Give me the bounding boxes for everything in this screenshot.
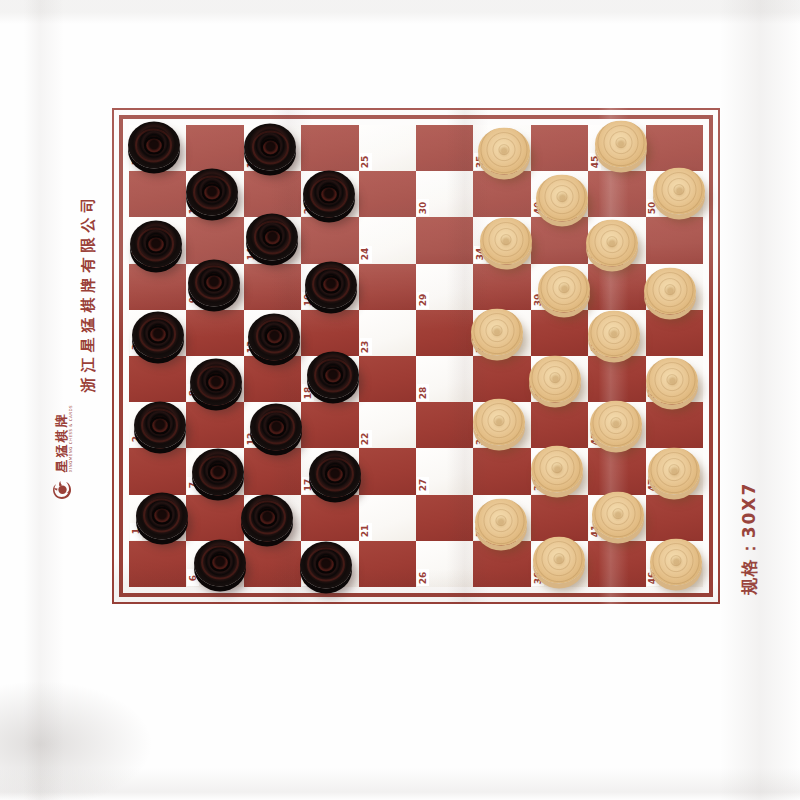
black-piece[interactable] bbox=[300, 541, 352, 588]
black-piece[interactable] bbox=[130, 221, 182, 268]
dark-square bbox=[359, 356, 416, 402]
square-49[interactable]: 49 bbox=[646, 264, 703, 310]
square-36[interactable]: 36 bbox=[531, 541, 588, 587]
square-1[interactable]: 1 bbox=[129, 495, 186, 541]
black-piece[interactable] bbox=[134, 402, 186, 449]
rooster-swoosh-icon bbox=[51, 477, 77, 503]
dark-square bbox=[129, 448, 186, 494]
square-25[interactable]: 25 bbox=[359, 125, 416, 171]
square-30[interactable]: 30 bbox=[416, 171, 473, 217]
white-piece[interactable] bbox=[586, 220, 638, 267]
dark-square bbox=[588, 171, 645, 217]
square-number-tag: 22 bbox=[360, 430, 372, 447]
dark-square bbox=[646, 125, 703, 171]
white-piece[interactable] bbox=[529, 356, 581, 403]
dark-square bbox=[531, 125, 588, 171]
square-number-tag: 23 bbox=[360, 338, 372, 355]
square-33[interactable]: 33 bbox=[473, 310, 530, 356]
square-32[interactable]: 32 bbox=[473, 402, 530, 448]
dark-square bbox=[244, 541, 301, 587]
white-piece[interactable] bbox=[533, 536, 585, 583]
dark-square bbox=[473, 541, 530, 587]
square-42[interactable]: 42 bbox=[588, 402, 645, 448]
square-37[interactable]: 37 bbox=[531, 448, 588, 494]
square-9[interactable]: 9 bbox=[186, 264, 243, 310]
square-19[interactable]: 19 bbox=[301, 264, 358, 310]
brand-logo: 星猛棋牌 XINGMENG CHESS & CARDS bbox=[46, 404, 82, 504]
white-piece[interactable] bbox=[653, 168, 705, 215]
square-29[interactable]: 29 bbox=[416, 264, 473, 310]
black-piece[interactable] bbox=[188, 259, 240, 306]
square-40[interactable]: 40 bbox=[531, 171, 588, 217]
dark-square bbox=[301, 310, 358, 356]
square-39[interactable]: 39 bbox=[531, 264, 588, 310]
square-34[interactable]: 34 bbox=[473, 217, 530, 263]
square-28[interactable]: 28 bbox=[416, 356, 473, 402]
dark-square bbox=[359, 541, 416, 587]
square-13[interactable]: 13 bbox=[244, 310, 301, 356]
dark-square bbox=[531, 217, 588, 263]
square-31[interactable]: 31 bbox=[473, 495, 530, 541]
black-piece[interactable] bbox=[190, 359, 242, 406]
white-piece[interactable] bbox=[650, 538, 702, 585]
spec-label: 规格：30X7 bbox=[738, 474, 761, 604]
dark-square bbox=[473, 448, 530, 494]
dark-square bbox=[646, 495, 703, 541]
dark-square bbox=[416, 402, 473, 448]
dark-square bbox=[129, 541, 186, 587]
black-piece[interactable] bbox=[250, 404, 302, 451]
dark-square bbox=[646, 310, 703, 356]
dark-square bbox=[359, 448, 416, 494]
dark-square bbox=[244, 264, 301, 310]
square-38[interactable]: 38 bbox=[531, 356, 588, 402]
dark-square bbox=[359, 171, 416, 217]
dark-square bbox=[588, 264, 645, 310]
square-number-tag: 29 bbox=[417, 292, 429, 309]
dark-square bbox=[244, 448, 301, 494]
square-5[interactable]: 5 bbox=[129, 125, 186, 171]
white-piece[interactable] bbox=[480, 218, 532, 265]
square-46[interactable]: 46 bbox=[646, 541, 703, 587]
square-45[interactable]: 45 bbox=[588, 125, 645, 171]
square-22[interactable]: 22 bbox=[359, 402, 416, 448]
square-35[interactable]: 35 bbox=[473, 125, 530, 171]
dark-square bbox=[244, 356, 301, 402]
black-piece[interactable] bbox=[246, 214, 298, 261]
dark-square bbox=[416, 495, 473, 541]
square-23[interactable]: 23 bbox=[359, 310, 416, 356]
square-21[interactable]: 21 bbox=[359, 495, 416, 541]
square-number-tag: 26 bbox=[417, 569, 429, 586]
white-piece[interactable] bbox=[536, 175, 588, 222]
white-piece[interactable] bbox=[644, 267, 696, 314]
dark-square bbox=[416, 217, 473, 263]
dark-square bbox=[186, 495, 243, 541]
dark-square bbox=[129, 356, 186, 402]
black-piece[interactable] bbox=[303, 171, 355, 218]
dark-square bbox=[588, 541, 645, 587]
dark-square bbox=[531, 495, 588, 541]
black-piece[interactable] bbox=[307, 352, 359, 399]
black-piece[interactable] bbox=[136, 492, 188, 539]
square-17[interactable]: 17 bbox=[301, 448, 358, 494]
board-grid: 5152535451020304050414243444919293949313… bbox=[129, 125, 703, 587]
white-piece[interactable] bbox=[531, 446, 583, 493]
dark-square bbox=[129, 171, 186, 217]
square-47[interactable]: 47 bbox=[646, 448, 703, 494]
dark-square bbox=[646, 402, 703, 448]
square-27[interactable]: 27 bbox=[416, 448, 473, 494]
dark-square bbox=[129, 264, 186, 310]
vinyl-mat: 浙江星猛棋牌有限公司 星猛棋牌 XINGMENG CHESS & CARDS 规… bbox=[0, 0, 800, 800]
dark-square bbox=[301, 402, 358, 448]
dark-square bbox=[301, 217, 358, 263]
company-name-vertical: 浙江星猛棋牌有限公司 bbox=[79, 193, 98, 393]
white-piece[interactable] bbox=[471, 308, 523, 355]
black-piece[interactable] bbox=[248, 313, 300, 360]
dark-square bbox=[473, 171, 530, 217]
black-piece[interactable] bbox=[186, 169, 238, 216]
dark-square bbox=[416, 310, 473, 356]
white-piece[interactable] bbox=[475, 498, 527, 545]
black-piece[interactable] bbox=[132, 311, 184, 358]
black-piece[interactable] bbox=[244, 124, 296, 171]
square-number-tag: 21 bbox=[360, 523, 372, 540]
dark-square bbox=[588, 448, 645, 494]
square-11[interactable]: 11 bbox=[244, 495, 301, 541]
square-15[interactable]: 15 bbox=[244, 125, 301, 171]
black-piece[interactable] bbox=[128, 122, 180, 169]
black-piece[interactable] bbox=[192, 449, 244, 496]
white-piece[interactable] bbox=[646, 358, 698, 405]
square-24[interactable]: 24 bbox=[359, 217, 416, 263]
square-18[interactable]: 18 bbox=[301, 356, 358, 402]
white-piece[interactable] bbox=[538, 265, 590, 312]
square-41[interactable]: 41 bbox=[588, 495, 645, 541]
square-number-tag: 25 bbox=[360, 153, 372, 170]
square-number-tag: 27 bbox=[417, 477, 429, 494]
dark-square bbox=[359, 264, 416, 310]
dark-square bbox=[588, 356, 645, 402]
draughts-board: 5152535451020304050414243444919293949313… bbox=[112, 108, 720, 604]
dark-square bbox=[531, 310, 588, 356]
dark-square bbox=[531, 402, 588, 448]
square-4[interactable]: 4 bbox=[129, 217, 186, 263]
logo-text: 星猛棋牌 bbox=[55, 405, 68, 472]
white-piece[interactable] bbox=[592, 491, 644, 538]
dark-square bbox=[301, 495, 358, 541]
dark-square bbox=[186, 217, 243, 263]
black-piece[interactable] bbox=[305, 261, 357, 308]
black-piece[interactable] bbox=[241, 494, 293, 541]
square-43[interactable]: 43 bbox=[588, 310, 645, 356]
square-number-tag: 30 bbox=[417, 199, 429, 216]
white-piece[interactable] bbox=[478, 128, 530, 175]
dark-square bbox=[186, 310, 243, 356]
dark-square bbox=[186, 402, 243, 448]
square-20[interactable]: 20 bbox=[301, 171, 358, 217]
square-number-tag: 24 bbox=[360, 246, 372, 263]
square-26[interactable]: 26 bbox=[416, 541, 473, 587]
square-number-tag: 28 bbox=[417, 384, 429, 401]
dark-square bbox=[186, 125, 243, 171]
square-16[interactable]: 16 bbox=[301, 541, 358, 587]
dark-square bbox=[416, 125, 473, 171]
black-piece[interactable] bbox=[309, 451, 361, 498]
white-piece[interactable] bbox=[588, 310, 640, 357]
dark-square bbox=[646, 217, 703, 263]
white-piece[interactable] bbox=[648, 448, 700, 495]
square-6[interactable]: 6 bbox=[186, 541, 243, 587]
square-48[interactable]: 48 bbox=[646, 356, 703, 402]
square-2[interactable]: 2 bbox=[129, 402, 186, 448]
square-12[interactable]: 12 bbox=[244, 402, 301, 448]
white-piece[interactable] bbox=[595, 121, 647, 168]
white-piece[interactable] bbox=[473, 399, 525, 446]
dark-square bbox=[473, 264, 530, 310]
square-44[interactable]: 44 bbox=[588, 217, 645, 263]
logo-subtext: XINGMENG CHESS & CARDS bbox=[69, 405, 73, 472]
square-10[interactable]: 10 bbox=[186, 171, 243, 217]
square-50[interactable]: 50 bbox=[646, 171, 703, 217]
dark-square bbox=[473, 356, 530, 402]
dark-square bbox=[301, 125, 358, 171]
square-7[interactable]: 7 bbox=[186, 448, 243, 494]
square-14[interactable]: 14 bbox=[244, 217, 301, 263]
white-piece[interactable] bbox=[590, 401, 642, 448]
dark-square bbox=[244, 171, 301, 217]
black-piece[interactable] bbox=[194, 539, 246, 586]
square-3[interactable]: 3 bbox=[129, 310, 186, 356]
square-8[interactable]: 8 bbox=[186, 356, 243, 402]
